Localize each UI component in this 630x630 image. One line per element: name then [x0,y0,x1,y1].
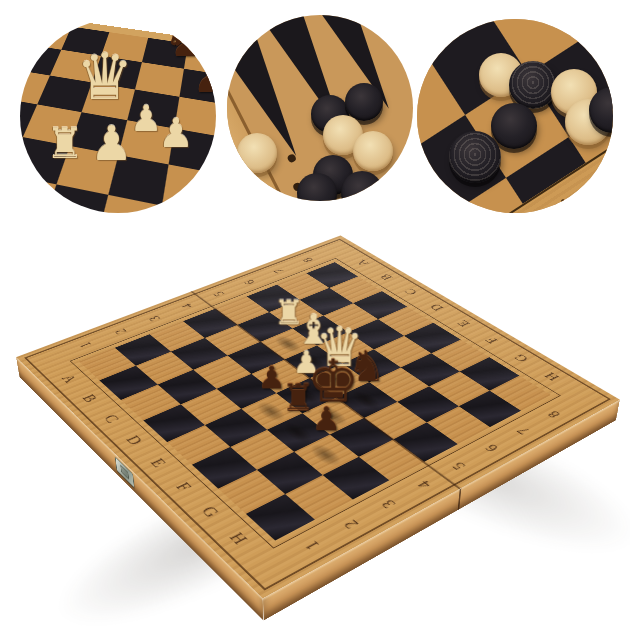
inset-chess-closeup: ♞ ♟ ♛ ♟ ♜ ♟ ♟ [20,19,216,213]
inset-black-pawn-icon: ♟ [192,53,216,99]
checker-black [491,103,537,149]
coord-label-A: A [551,190,583,213]
inset-checkers-closeup: A B 1 [417,19,613,213]
inset-white-pawn-icon: ♟ [158,113,194,153]
checker-black [449,131,501,183]
checker-black [345,83,383,121]
piece-glyph-pawn: ♟ [277,384,376,454]
product-photo: ABCDEFGH ABCDEFGH 87654321 87654321 ♜♝♛♟… [0,0,630,630]
inset-black-knight-icon: ♞ [162,19,210,65]
inset-white-queen-icon: ♛ [76,45,133,109]
board-scene: ABCDEFGH ABCDEFGH 87654321 87654321 ♜♝♛♟… [95,163,525,593]
checker-black [509,61,557,109]
inset-backgammon-closeup [227,15,413,201]
checker-light [353,131,393,171]
piece-black-pawn-g3: ♟ [294,435,359,476]
inset-white-pawn-icon: ♟ [90,119,133,167]
inset-white-rook-icon: ♜ [46,123,84,165]
